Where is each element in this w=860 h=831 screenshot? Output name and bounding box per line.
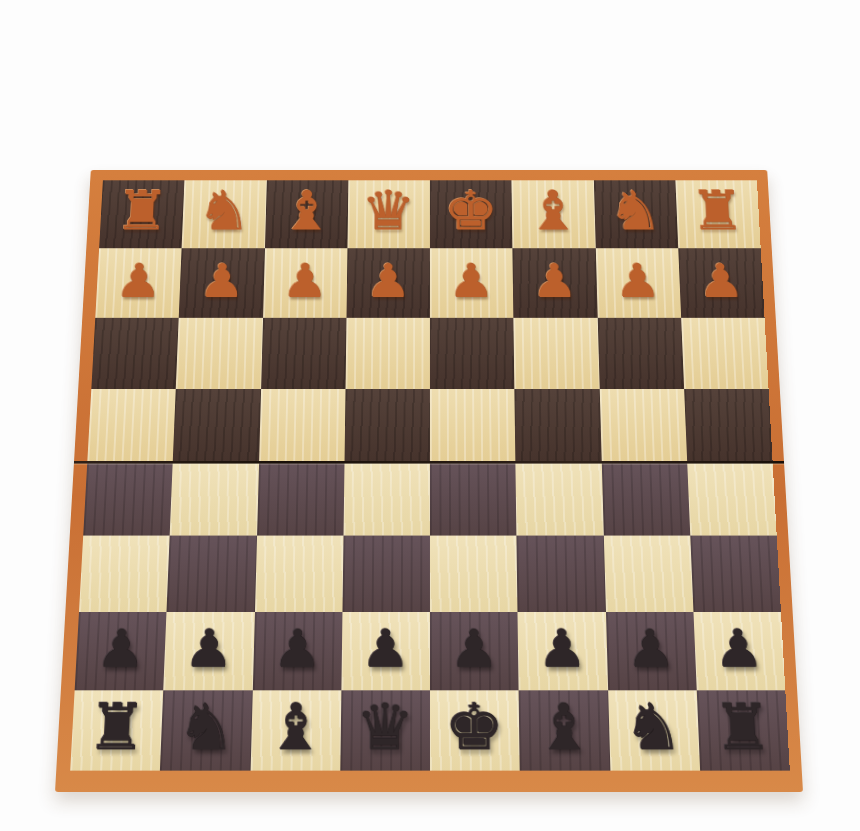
photo-canvas: ♜♞♝♛♚♝♞♜♟♟♟♟♟♟♟♟♟♟♟♟♟♟♟♟♜♞♝♛♚♝♞♜: [0, 0, 860, 831]
piece-white-pawn[interactable]: ♟: [198, 258, 246, 304]
piece-black-king[interactable]: ♚: [445, 696, 505, 760]
piece-black-pawn[interactable]: ♟: [625, 623, 676, 675]
square-a1[interactable]: ♜: [70, 690, 163, 770]
square-g4[interactable]: [601, 461, 690, 536]
square-h5[interactable]: [684, 389, 773, 462]
square-h6[interactable]: [681, 318, 769, 389]
square-c5[interactable]: [259, 389, 346, 462]
square-h2[interactable]: ♟: [693, 612, 785, 690]
square-h3[interactable]: [690, 536, 781, 612]
piece-black-knight[interactable]: ♞: [176, 696, 238, 760]
piece-white-knight[interactable]: ♞: [196, 185, 253, 239]
square-f8[interactable]: ♝: [512, 180, 596, 248]
board-frame: ♜♞♝♛♚♝♞♜♟♟♟♟♟♟♟♟♟♟♟♟♟♟♟♟♜♞♝♛♚♝♞♜: [55, 170, 803, 792]
square-g3[interactable]: [603, 536, 693, 612]
square-e5[interactable]: [430, 389, 516, 462]
piece-black-queen[interactable]: ♛: [355, 696, 415, 760]
square-h7[interactable]: ♟: [678, 248, 765, 317]
square-b8[interactable]: ♞: [182, 180, 267, 248]
piece-white-rook[interactable]: ♜: [689, 185, 746, 239]
square-a3[interactable]: [79, 536, 170, 612]
piece-black-pawn[interactable]: ♟: [537, 623, 587, 675]
square-g7[interactable]: ♟: [595, 248, 681, 317]
piece-white-pawn[interactable]: ♟: [531, 258, 578, 304]
square-e1[interactable]: ♚: [430, 690, 520, 770]
piece-black-pawn[interactable]: ♟: [361, 623, 410, 675]
piece-black-knight[interactable]: ♞: [623, 696, 685, 760]
square-c4[interactable]: [257, 461, 345, 536]
piece-white-rook[interactable]: ♜: [113, 185, 170, 239]
square-b6[interactable]: [176, 318, 263, 389]
square-b3[interactable]: [167, 536, 257, 612]
square-e2[interactable]: ♟: [430, 612, 519, 690]
square-h8[interactable]: ♜: [675, 180, 761, 248]
square-f2[interactable]: ♟: [518, 612, 608, 690]
piece-white-bishop[interactable]: ♝: [279, 185, 335, 239]
square-f3[interactable]: [517, 536, 606, 612]
square-d3[interactable]: [342, 536, 430, 612]
piece-white-pawn[interactable]: ♟: [365, 258, 412, 304]
square-a5[interactable]: [87, 389, 176, 462]
square-a8[interactable]: ♜: [99, 180, 185, 248]
square-f1[interactable]: ♝: [519, 690, 610, 770]
piece-white-pawn[interactable]: ♟: [115, 258, 163, 304]
piece-black-pawn[interactable]: ♟: [713, 623, 765, 675]
square-b7[interactable]: ♟: [179, 248, 265, 317]
piece-black-pawn[interactable]: ♟: [95, 623, 147, 675]
square-a7[interactable]: ♟: [95, 248, 182, 317]
square-h1[interactable]: ♜: [697, 690, 790, 770]
square-e3[interactable]: [430, 536, 518, 612]
piece-white-king[interactable]: ♚: [444, 185, 499, 239]
square-b1[interactable]: ♞: [160, 690, 252, 770]
chess-board: ♜♞♝♛♚♝♞♜♟♟♟♟♟♟♟♟♟♟♟♟♟♟♟♟♜♞♝♛♚♝♞♜: [70, 180, 790, 770]
piece-black-bishop[interactable]: ♝: [534, 696, 595, 760]
piece-black-pawn[interactable]: ♟: [184, 623, 235, 675]
piece-black-bishop[interactable]: ♝: [265, 696, 326, 760]
square-g8[interactable]: ♞: [593, 180, 678, 248]
piece-black-pawn[interactable]: ♟: [449, 623, 498, 675]
piece-black-rook[interactable]: ♜: [86, 696, 149, 760]
square-c1[interactable]: ♝: [250, 690, 341, 770]
square-g1[interactable]: ♞: [608, 690, 700, 770]
square-g5[interactable]: [599, 389, 687, 462]
square-a6[interactable]: [91, 318, 179, 389]
piece-white-pawn[interactable]: ♟: [614, 258, 662, 304]
square-e4[interactable]: [430, 461, 517, 536]
piece-black-pawn[interactable]: ♟: [272, 623, 322, 675]
square-e6[interactable]: [430, 318, 515, 389]
piece-white-queen[interactable]: ♛: [361, 185, 416, 239]
square-f4[interactable]: [516, 461, 604, 536]
board-scene: ♜♞♝♛♚♝♞♜♟♟♟♟♟♟♟♟♟♟♟♟♟♟♟♟♜♞♝♛♚♝♞♜: [55, 86, 803, 792]
square-d6[interactable]: [345, 318, 430, 389]
square-c2[interactable]: ♟: [252, 612, 342, 690]
square-d4[interactable]: [343, 461, 430, 536]
square-f5[interactable]: [515, 389, 602, 462]
piece-white-pawn[interactable]: ♟: [448, 258, 495, 304]
square-d2[interactable]: ♟: [341, 612, 430, 690]
square-c8[interactable]: ♝: [265, 180, 349, 248]
square-c3[interactable]: [254, 536, 343, 612]
square-e7[interactable]: ♟: [430, 248, 514, 317]
square-f6[interactable]: [514, 318, 600, 389]
square-e8[interactable]: ♚: [430, 180, 513, 248]
square-g6[interactable]: [597, 318, 684, 389]
square-f7[interactable]: ♟: [513, 248, 598, 317]
square-d5[interactable]: [344, 389, 430, 462]
square-b5[interactable]: [173, 389, 261, 462]
square-b4[interactable]: [170, 461, 259, 536]
square-c6[interactable]: [261, 318, 347, 389]
piece-white-bishop[interactable]: ♝: [525, 185, 581, 239]
piece-white-knight[interactable]: ♞: [607, 185, 664, 239]
piece-white-pawn[interactable]: ♟: [281, 258, 328, 304]
piece-black-rook[interactable]: ♜: [712, 696, 775, 760]
square-b2[interactable]: ♟: [163, 612, 254, 690]
square-d7[interactable]: ♟: [346, 248, 430, 317]
square-h4[interactable]: [687, 461, 777, 536]
square-d8[interactable]: ♛: [347, 180, 430, 248]
square-d1[interactable]: ♛: [340, 690, 430, 770]
square-c7[interactable]: ♟: [263, 248, 348, 317]
square-a4[interactable]: [83, 461, 173, 536]
piece-white-pawn[interactable]: ♟: [697, 258, 746, 304]
square-a2[interactable]: ♟: [75, 612, 167, 690]
square-g2[interactable]: ♟: [605, 612, 696, 690]
